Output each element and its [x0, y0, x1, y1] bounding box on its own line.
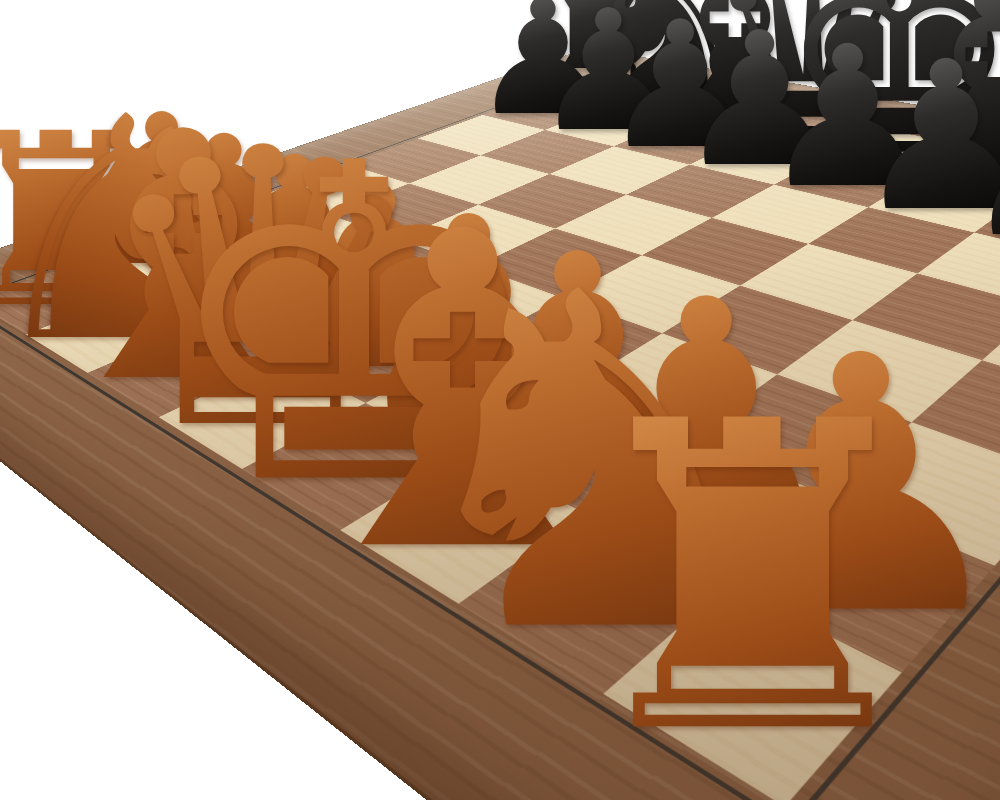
board-grid	[0, 74, 1000, 800]
chess-product-photo: ♜♞♝♛♚♝♞♜♟♟♟♟♟♟♟♟♟♟♟♟♟♟♟♟♜♞♝♛♚♝♞♜	[0, 0, 1000, 800]
chess-board	[0, 48, 1000, 800]
